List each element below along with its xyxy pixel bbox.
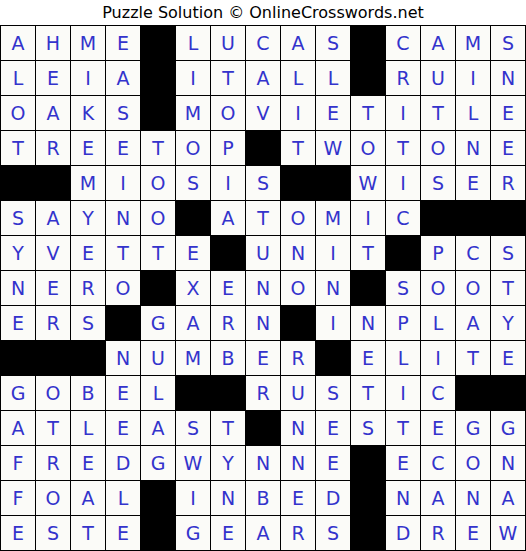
grid-cell: T [211, 61, 245, 95]
grid-cell: S [316, 26, 350, 60]
grid-cell: E [106, 26, 140, 60]
grid-cell: E [211, 516, 245, 550]
grid-cell: O [281, 201, 315, 235]
grid-cell: T [491, 271, 525, 305]
grid-cell: E [281, 481, 315, 515]
grid-cell: O [351, 131, 385, 165]
black-cell [316, 166, 350, 200]
grid-cell: O [421, 271, 455, 305]
grid-cell: R [281, 341, 315, 375]
grid-cell: U [246, 236, 280, 270]
grid-cell: A [1, 26, 35, 60]
grid-cell: C [386, 201, 420, 235]
grid-cell: O [176, 131, 210, 165]
grid-cell: G [176, 516, 210, 550]
grid-cell: I [351, 201, 385, 235]
grid-cell: W [316, 131, 350, 165]
black-cell [211, 376, 245, 410]
black-cell [456, 201, 490, 235]
grid-cell: P [421, 236, 455, 270]
grid-cell: L [106, 481, 140, 515]
grid-cell: G [141, 446, 175, 480]
grid-cell: E [316, 446, 350, 480]
page: Puzzle Solution © OnlineCrosswords.net A… [0, 0, 526, 551]
black-cell [36, 341, 70, 375]
grid-cell: P [386, 306, 420, 340]
title-bar: Puzzle Solution © OnlineCrosswords.net [0, 0, 526, 25]
grid-cell: N [456, 131, 490, 165]
grid-cell: I [421, 341, 455, 375]
grid-cell: N [456, 481, 490, 515]
grid-cell: G [1, 376, 35, 410]
grid-cell: A [141, 411, 175, 445]
grid-cell: B [211, 341, 245, 375]
grid-cell: S [1, 201, 35, 235]
grid-cell: T [246, 201, 280, 235]
grid-cell: N [211, 481, 245, 515]
grid-cell: O [1, 96, 35, 130]
grid-cell: O [36, 376, 70, 410]
grid-cell: E [211, 271, 245, 305]
grid-cell: Y [491, 306, 525, 340]
grid-cell: O [281, 271, 315, 305]
page-title: Puzzle Solution © OnlineCrosswords.net [102, 3, 424, 22]
grid-cell: F [1, 446, 35, 480]
grid-cell: A [491, 481, 525, 515]
grid-cell: O [141, 166, 175, 200]
grid-cell: Y [1, 236, 35, 270]
grid-cell: R [386, 61, 420, 95]
black-cell [71, 341, 105, 375]
grid-cell: R [36, 306, 70, 340]
black-cell [351, 516, 385, 550]
grid-cell: E [316, 411, 350, 445]
grid-cell: I [71, 61, 105, 95]
black-cell [246, 411, 280, 445]
grid-cell: S [386, 271, 420, 305]
grid-cell: N [246, 271, 280, 305]
black-cell [141, 61, 175, 95]
grid-cell: N [281, 411, 315, 445]
grid-cell: R [246, 376, 280, 410]
crossword-grid: AHMELUCASCAMSLEIAITALLRUINOAKSMOVIETITLE… [0, 25, 526, 551]
grid-cell: U [211, 26, 245, 60]
grid-cell: I [316, 236, 350, 270]
grid-cell: E [246, 341, 280, 375]
grid-cell: K [71, 96, 105, 130]
grid-cell: S [176, 166, 210, 200]
grid-cell: S [71, 306, 105, 340]
grid-cell: E [1, 306, 35, 340]
grid-cell: T [141, 131, 175, 165]
grid-cell: M [176, 341, 210, 375]
grid-cell: E [1, 516, 35, 550]
black-cell [351, 61, 385, 95]
black-cell [316, 341, 350, 375]
black-cell [281, 306, 315, 340]
black-cell [386, 236, 420, 270]
grid-cell: D [386, 516, 420, 550]
grid-cell: O [456, 446, 490, 480]
grid-cell: L [176, 26, 210, 60]
grid-cell: R [281, 516, 315, 550]
grid-cell: I [281, 96, 315, 130]
black-cell [351, 271, 385, 305]
grid-cell: O [141, 201, 175, 235]
grid-cell: C [386, 26, 420, 60]
grid-cell: C [246, 26, 280, 60]
grid-cell: V [246, 96, 280, 130]
black-cell [491, 376, 525, 410]
grid-cell: C [421, 376, 455, 410]
grid-cell: E [36, 271, 70, 305]
grid-cell: E [491, 131, 525, 165]
grid-cell: N [281, 236, 315, 270]
grid-cell: N [106, 201, 140, 235]
grid-cell: X [176, 271, 210, 305]
black-cell [176, 201, 210, 235]
black-cell [351, 446, 385, 480]
grid-cell: M [71, 26, 105, 60]
grid-cell: G [141, 306, 175, 340]
grid-cell: E [36, 61, 70, 95]
black-cell [141, 26, 175, 60]
grid-cell: N [491, 61, 525, 95]
grid-cell: S [421, 166, 455, 200]
grid-cell: I [211, 166, 245, 200]
grid-cell: A [246, 61, 280, 95]
grid-cell: T [351, 236, 385, 270]
grid-cell: T [211, 411, 245, 445]
black-cell [141, 96, 175, 130]
grid-cell: O [421, 131, 455, 165]
grid-cell: T [36, 411, 70, 445]
grid-cell: A [176, 306, 210, 340]
grid-cell: E [71, 131, 105, 165]
grid-cell: S [106, 96, 140, 130]
grid-cell: A [211, 201, 245, 235]
black-cell [176, 376, 210, 410]
grid-cell: S [491, 26, 525, 60]
grid-cell: A [1, 411, 35, 445]
grid-cell: L [71, 411, 105, 445]
grid-cell: E [491, 341, 525, 375]
grid-cell: R [491, 166, 525, 200]
grid-cell: D [316, 481, 350, 515]
grid-cell: H [36, 26, 70, 60]
grid-cell: S [316, 516, 350, 550]
grid-cell: L [141, 376, 175, 410]
grid-cell: I [386, 96, 420, 130]
grid-cell: E [351, 341, 385, 375]
grid-cell: E [71, 446, 105, 480]
grid-cell: U [281, 376, 315, 410]
grid-cell: E [106, 516, 140, 550]
grid-cell: L [386, 341, 420, 375]
grid-cell: E [106, 376, 140, 410]
grid-cell: E [176, 236, 210, 270]
black-cell [456, 376, 490, 410]
black-cell [141, 481, 175, 515]
grid-cell: I [386, 166, 420, 200]
grid-cell: B [71, 376, 105, 410]
grid-cell: E [106, 411, 140, 445]
grid-cell: Y [211, 446, 245, 480]
grid-cell: R [421, 516, 455, 550]
grid-cell: R [36, 446, 70, 480]
grid-cell: A [246, 516, 280, 550]
grid-cell: A [421, 481, 455, 515]
grid-cell: U [421, 61, 455, 95]
black-cell [491, 201, 525, 235]
grid-cell: S [491, 236, 525, 270]
grid-cell: W [351, 166, 385, 200]
grid-cell: T [386, 131, 420, 165]
grid-cell: E [456, 166, 490, 200]
grid-cell: N [386, 481, 420, 515]
grid-cell: N [106, 341, 140, 375]
grid-cell: U [141, 341, 175, 375]
grid-cell: L [281, 61, 315, 95]
grid-cell: E [316, 96, 350, 130]
grid-cell: N [281, 446, 315, 480]
grid-cell: E [421, 411, 455, 445]
grid-cell: N [246, 306, 280, 340]
grid-cell: A [106, 61, 140, 95]
grid-cell: T [421, 96, 455, 130]
grid-cell: A [36, 201, 70, 235]
grid-cell: I [316, 306, 350, 340]
black-cell [141, 271, 175, 305]
grid-cell: I [106, 166, 140, 200]
grid-cell: N [246, 446, 280, 480]
black-cell [246, 131, 280, 165]
grid-cell: M [316, 201, 350, 235]
grid-cell: Y [71, 201, 105, 235]
grid-cell: N [491, 446, 525, 480]
grid-cell: I [386, 376, 420, 410]
grid-cell: E [491, 96, 525, 130]
black-cell [106, 306, 140, 340]
grid-cell: D [106, 446, 140, 480]
grid-cell: T [386, 411, 420, 445]
black-cell [141, 516, 175, 550]
grid-cell: A [71, 481, 105, 515]
black-cell [1, 166, 35, 200]
grid-cell: O [456, 271, 490, 305]
grid-cell: T [351, 96, 385, 130]
grid-cell: N [316, 271, 350, 305]
grid-cell: V [36, 236, 70, 270]
grid-cell: T [141, 236, 175, 270]
grid-cell: F [1, 481, 35, 515]
grid-cell: I [176, 61, 210, 95]
grid-cell: N [1, 271, 35, 305]
grid-cell: C [421, 446, 455, 480]
grid-cell: O [36, 481, 70, 515]
grid-cell: M [176, 96, 210, 130]
grid-cell: S [246, 166, 280, 200]
grid-cell: T [1, 131, 35, 165]
black-cell [421, 201, 455, 235]
grid-cell: E [456, 516, 490, 550]
grid-cell: E [71, 236, 105, 270]
grid-cell: L [1, 61, 35, 95]
grid-cell: S [351, 411, 385, 445]
grid-cell: G [456, 411, 490, 445]
grid-cell: I [456, 61, 490, 95]
grid-cell: T [71, 516, 105, 550]
grid-cell: A [36, 96, 70, 130]
black-cell [281, 166, 315, 200]
grid-cell: A [456, 306, 490, 340]
grid-cell: O [106, 271, 140, 305]
grid-cell: M [71, 166, 105, 200]
black-cell [36, 166, 70, 200]
grid-cell: M [456, 26, 490, 60]
grid-cell: B [246, 481, 280, 515]
grid-cell: W [491, 516, 525, 550]
grid-cell: R [211, 306, 245, 340]
grid-cell: P [211, 131, 245, 165]
grid-cell: E [106, 131, 140, 165]
grid-cell: E [386, 446, 420, 480]
black-cell [211, 236, 245, 270]
grid-cell: C [456, 236, 490, 270]
grid-cell: S [36, 516, 70, 550]
grid-cell: L [316, 61, 350, 95]
grid-cell: O [211, 96, 245, 130]
grid-cell: S [316, 376, 350, 410]
black-cell [351, 481, 385, 515]
grid-cell: L [421, 306, 455, 340]
grid-cell: S [176, 411, 210, 445]
grid-cell: N [351, 306, 385, 340]
grid-cell: R [36, 131, 70, 165]
black-cell [1, 341, 35, 375]
grid-cell: T [281, 131, 315, 165]
grid-cell: A [281, 26, 315, 60]
grid-cell: T [106, 236, 140, 270]
grid-cell: G [491, 411, 525, 445]
grid-cell: T [456, 341, 490, 375]
black-cell [351, 26, 385, 60]
grid-cell: A [421, 26, 455, 60]
grid-cell: R [71, 271, 105, 305]
grid-cell: I [176, 481, 210, 515]
grid-cell: L [456, 96, 490, 130]
grid-cell: T [351, 376, 385, 410]
grid-cell: W [176, 446, 210, 480]
